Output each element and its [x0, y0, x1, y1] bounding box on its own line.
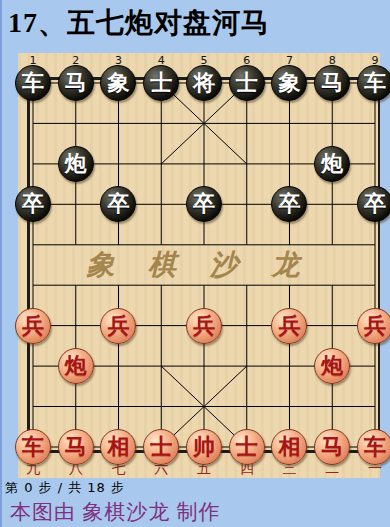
- board-cell: [12, 225, 55, 265]
- board-cell: 兵: [183, 305, 226, 345]
- piece-black-车[interactable]: 车: [357, 65, 390, 101]
- piece-red-相[interactable]: 相: [271, 429, 307, 465]
- board-cell: [12, 346, 55, 386]
- piece-glyph: 卒: [22, 189, 44, 219]
- piece-glyph: 马: [65, 68, 87, 98]
- board-cell: [12, 103, 55, 143]
- piece-glyph: 兵: [193, 311, 215, 341]
- piece-glyph: 象: [278, 68, 300, 98]
- board-cell: [12, 144, 55, 184]
- board-cell: 帅: [183, 427, 226, 467]
- piece-glyph: 炮: [321, 351, 343, 381]
- piece-glyph: 卒: [107, 189, 129, 219]
- board-cell: [354, 386, 390, 426]
- board-cell: [97, 103, 140, 143]
- board-cell: 炮: [311, 144, 354, 184]
- piece-glyph: 炮: [65, 351, 87, 381]
- piece-glyph: 卒: [193, 189, 215, 219]
- piece-black-士[interactable]: 士: [229, 65, 265, 101]
- board-cell: [183, 386, 226, 426]
- board-cell: [225, 346, 268, 386]
- board-cell: 车: [354, 427, 390, 467]
- piece-glyph: 象: [107, 68, 129, 98]
- piece-glyph: 马: [321, 432, 343, 462]
- board-cell: [268, 225, 311, 265]
- board-cell: [354, 103, 390, 143]
- board-cell: [140, 346, 183, 386]
- board-cell: 兵: [354, 305, 390, 345]
- page: 17、五七炮对盘河马: [0, 0, 390, 527]
- piece-glyph: 马: [321, 68, 343, 98]
- board-cell: [225, 265, 268, 305]
- board-cell: [97, 225, 140, 265]
- board-cell: [268, 386, 311, 426]
- board-cell: 车: [354, 63, 390, 103]
- board-cell: [311, 305, 354, 345]
- piece-red-兵[interactable]: 兵: [357, 308, 390, 344]
- piece-glyph: 车: [22, 68, 44, 98]
- board-cell: [140, 225, 183, 265]
- board-cell: [12, 386, 55, 426]
- board-cell: [54, 305, 97, 345]
- board-cell: [311, 386, 354, 426]
- piece-black-炮[interactable]: 炮: [314, 146, 350, 182]
- board-cell: 炮: [311, 346, 354, 386]
- piece-glyph: 士: [236, 432, 258, 462]
- piece-glyph: 卒: [364, 189, 386, 219]
- piece-black-炮[interactable]: 炮: [58, 146, 94, 182]
- board-cell: 相: [97, 427, 140, 467]
- board-cell: 炮: [54, 144, 97, 184]
- board-cell: [97, 144, 140, 184]
- board-cell: [311, 103, 354, 143]
- board-cell: [183, 225, 226, 265]
- board-cell: 马: [311, 427, 354, 467]
- board-cell: 相: [268, 427, 311, 467]
- move-counter: 第 0 步 / 共 18 步: [5, 479, 125, 497]
- piece-glyph: 相: [278, 432, 300, 462]
- board-cell: 马: [311, 63, 354, 103]
- board-cell: 卒: [183, 184, 226, 224]
- board-cell: [225, 184, 268, 224]
- board-cell: [140, 184, 183, 224]
- piece-red-帅[interactable]: 帅: [186, 429, 222, 465]
- xiangqi-board[interactable]: 象 棋 沙 龙 123456789 九八七六五四三二一 车马象士将士象马车炮炮卒…: [18, 53, 380, 478]
- board-cell: [12, 265, 55, 305]
- piece-glyph: 士: [150, 68, 172, 98]
- piece-red-士[interactable]: 士: [143, 429, 179, 465]
- piece-red-兵[interactable]: 兵: [15, 308, 51, 344]
- board-cell: 士: [140, 63, 183, 103]
- piece-glyph: 车: [22, 432, 44, 462]
- board-cell: [140, 144, 183, 184]
- board-cell: [268, 346, 311, 386]
- board-cell: [183, 144, 226, 184]
- board-cell: 士: [225, 63, 268, 103]
- piece-glyph: 相: [107, 432, 129, 462]
- board-cell: 象: [97, 63, 140, 103]
- board-cell: [54, 386, 97, 426]
- board-cell: 卒: [12, 184, 55, 224]
- board-cell: [54, 225, 97, 265]
- piece-red-车[interactable]: 车: [357, 429, 390, 465]
- board-cell: [183, 265, 226, 305]
- board-cell: 卒: [97, 184, 140, 224]
- board-cell: [54, 184, 97, 224]
- board-cell: 车: [12, 427, 55, 467]
- piece-glyph: 士: [150, 432, 172, 462]
- piece-glyph: 兵: [22, 311, 44, 341]
- piece-red-马[interactable]: 马: [314, 429, 350, 465]
- piece-red-士[interactable]: 士: [229, 429, 265, 465]
- piece-red-兵[interactable]: 兵: [100, 308, 136, 344]
- piece-black-卒[interactable]: 卒: [15, 186, 51, 222]
- piece-glyph: 帅: [193, 432, 215, 462]
- piece-glyph: 炮: [65, 149, 87, 179]
- board-cell: 车: [12, 63, 55, 103]
- board-cell: [225, 144, 268, 184]
- piece-black-卒[interactable]: 卒: [100, 186, 136, 222]
- board-cell: [97, 265, 140, 305]
- board-cell: [54, 265, 97, 305]
- board-cell: [140, 305, 183, 345]
- board-cell: 卒: [268, 184, 311, 224]
- board-cell: [311, 184, 354, 224]
- piece-glyph: 炮: [321, 149, 343, 179]
- piece-glyph: 卒: [278, 189, 300, 219]
- piece-glyph: 将: [193, 68, 215, 98]
- board-cell: [97, 346, 140, 386]
- board-cell: [354, 144, 390, 184]
- piece-glyph: 兵: [364, 311, 386, 341]
- piece-black-马[interactable]: 马: [314, 65, 350, 101]
- piece-glyph: 兵: [107, 311, 129, 341]
- piece-red-炮[interactable]: 炮: [58, 348, 94, 384]
- piece-black-马[interactable]: 马: [58, 65, 94, 101]
- board-cell: [183, 346, 226, 386]
- piece-black-象[interactable]: 象: [100, 65, 136, 101]
- board-cell: [225, 305, 268, 345]
- board-cell: [140, 265, 183, 305]
- board-cell: [140, 386, 183, 426]
- piece-red-车[interactable]: 车: [15, 429, 51, 465]
- board-cell: 将: [183, 63, 226, 103]
- piece-glyph: 车: [364, 432, 386, 462]
- board-cell: 卒: [354, 184, 390, 224]
- piece-black-卒[interactable]: 卒: [271, 186, 307, 222]
- board-cell: [268, 103, 311, 143]
- board-cell: 兵: [97, 305, 140, 345]
- board-cell: 象: [268, 63, 311, 103]
- board-cell: [354, 346, 390, 386]
- board-cell: [183, 103, 226, 143]
- board-cell: [354, 225, 390, 265]
- board-cell: [354, 265, 390, 305]
- board-cell: 兵: [268, 305, 311, 345]
- board-cell: [268, 144, 311, 184]
- board-cell: [225, 103, 268, 143]
- board-cell: [311, 265, 354, 305]
- board-cell: [54, 103, 97, 143]
- board-cell: [268, 265, 311, 305]
- piece-glyph: 兵: [278, 311, 300, 341]
- board-cell: 炮: [54, 346, 97, 386]
- board-grid: 车马象士将士象马车炮炮卒卒卒卒卒兵兵兵兵兵炮炮车马相士帅士相马车: [12, 63, 390, 467]
- credit-line: 本图由 象棋沙龙 制作: [10, 498, 221, 526]
- board-cell: [311, 225, 354, 265]
- board-cell: [97, 386, 140, 426]
- board-cell: [225, 225, 268, 265]
- board-cell: 士: [225, 427, 268, 467]
- piece-glyph: 马: [65, 432, 87, 462]
- piece-black-卒[interactable]: 卒: [357, 186, 390, 222]
- piece-red-相[interactable]: 相: [100, 429, 136, 465]
- diagram-title: 17、五七炮对盘河马: [8, 4, 386, 42]
- board-cell: [140, 103, 183, 143]
- board-cell: 马: [54, 63, 97, 103]
- piece-black-士[interactable]: 士: [143, 65, 179, 101]
- board-cell: [225, 386, 268, 426]
- piece-glyph: 士: [236, 68, 258, 98]
- piece-black-象[interactable]: 象: [271, 65, 307, 101]
- board-cell: 兵: [12, 305, 55, 345]
- board-cell: 士: [140, 427, 183, 467]
- piece-red-兵[interactable]: 兵: [186, 308, 222, 344]
- piece-red-马[interactable]: 马: [58, 429, 94, 465]
- piece-black-车[interactable]: 车: [15, 65, 51, 101]
- board-cell: 马: [54, 427, 97, 467]
- piece-glyph: 车: [364, 68, 386, 98]
- piece-black-卒[interactable]: 卒: [186, 186, 222, 222]
- piece-red-兵[interactable]: 兵: [271, 308, 307, 344]
- piece-red-炮[interactable]: 炮: [314, 348, 350, 384]
- piece-black-将[interactable]: 将: [186, 65, 222, 101]
